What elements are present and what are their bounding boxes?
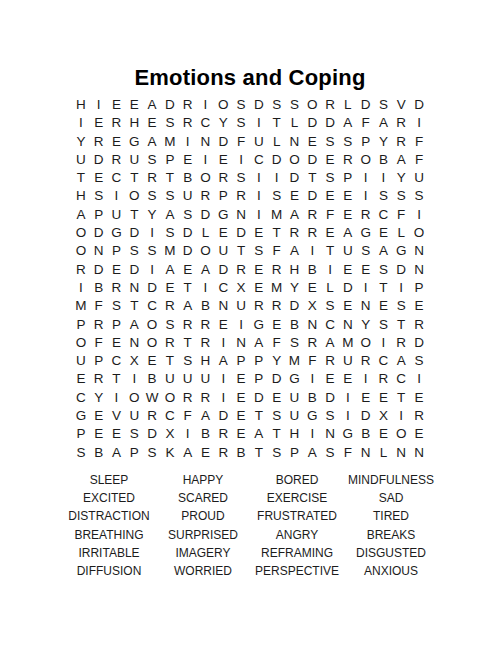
grid-cell-r1c13: S: [286, 96, 304, 114]
word-list-item: SAD: [344, 489, 438, 507]
grid-cell-r10c4: D: [125, 261, 143, 279]
grid-cell-r2c16: A: [339, 114, 357, 132]
grid-cell-r6c13: E: [286, 187, 304, 205]
grid-cell-r11c17: I: [357, 279, 375, 297]
letter-grid: HIEEADRIOSDSSORLDSVDIERHESRCYSITLDDAFARI…: [72, 96, 428, 462]
grid-cell-r16c14: I: [303, 370, 321, 388]
grid-cell-r2c19: R: [392, 114, 410, 132]
grid-cell-r12c18: E: [375, 297, 393, 315]
grid-cell-r12c9: N: [214, 297, 232, 315]
grid-cell-r3c11: U: [250, 133, 268, 151]
grid-cell-r1c2: I: [90, 96, 108, 114]
grid-cell-r11c4: N: [125, 279, 143, 297]
grid-cell-r13c14: N: [303, 316, 321, 334]
grid-cell-r20c11: T: [250, 444, 268, 462]
grid-cell-r20c8: E: [197, 444, 215, 462]
grid-cell-r7c16: E: [339, 206, 357, 224]
grid-cell-r2c17: F: [357, 114, 375, 132]
grid-cell-r14c20: D: [410, 334, 428, 352]
word-list-item: WORRIED: [156, 562, 250, 580]
grid-cell-r11c7: T: [179, 279, 197, 297]
grid-cell-r9c17: S: [357, 242, 375, 260]
grid-cell-r16c15: E: [321, 370, 339, 388]
grid-cell-r9c9: U: [214, 242, 232, 260]
grid-cell-r19c10: E: [232, 425, 250, 443]
grid-cell-r15c3: C: [108, 352, 126, 370]
word-list-item: BREATHING: [62, 526, 156, 544]
word-list-item: DISTRACTION: [62, 507, 156, 525]
grid-cell-r14c9: I: [214, 334, 232, 352]
grid-cell-r11c6: E: [161, 279, 179, 297]
grid-cell-r16c20: I: [410, 370, 428, 388]
word-list-item: PERSPECTIVE: [250, 562, 344, 580]
grid-cell-r16c18: R: [375, 370, 393, 388]
grid-cell-r5c10: S: [232, 169, 250, 187]
grid-cell-r17c19: T: [392, 389, 410, 407]
grid-cell-r9c3: P: [108, 242, 126, 260]
grid-cell-r2c2: E: [90, 114, 108, 132]
grid-cell-r3c14: E: [303, 133, 321, 151]
grid-cell-r20c6: K: [161, 444, 179, 462]
grid-cell-r16c10: E: [232, 370, 250, 388]
grid-cell-r1c12: S: [268, 96, 286, 114]
grid-cell-r14c16: M: [339, 334, 357, 352]
grid-cell-r6c12: S: [268, 187, 286, 205]
grid-cell-r19c7: I: [179, 425, 197, 443]
grid-cell-r4c16: R: [339, 151, 357, 169]
grid-cell-r10c6: A: [161, 261, 179, 279]
grid-cell-r17c6: O: [161, 389, 179, 407]
grid-cell-r9c1: O: [72, 242, 90, 260]
grid-cell-r11c8: I: [197, 279, 215, 297]
grid-cell-r1c4: E: [125, 96, 143, 114]
grid-cell-r1c10: S: [232, 96, 250, 114]
grid-cell-r14c13: S: [286, 334, 304, 352]
grid-cell-r20c16: F: [339, 444, 357, 462]
grid-cell-r10c7: E: [179, 261, 197, 279]
grid-cell-r17c8: R: [197, 389, 215, 407]
grid-cell-r18c4: U: [125, 407, 143, 425]
grid-cell-r13c8: R: [197, 316, 215, 334]
grid-cell-r5c4: T: [125, 169, 143, 187]
grid-cell-r1c7: R: [179, 96, 197, 114]
grid-cell-r8c17: G: [357, 224, 375, 242]
grid-cell-r4c14: D: [303, 151, 321, 169]
grid-cell-r5c1: T: [72, 169, 90, 187]
grid-cell-r3c3: E: [108, 133, 126, 151]
grid-cell-r8c7: D: [179, 224, 197, 242]
grid-cell-r8c19: L: [392, 224, 410, 242]
grid-cell-r5c7: B: [179, 169, 197, 187]
grid-cell-r8c10: D: [232, 224, 250, 242]
grid-cell-r2c9: Y: [214, 114, 232, 132]
grid-cell-r7c2: P: [90, 206, 108, 224]
grid-cell-r7c10: N: [232, 206, 250, 224]
grid-cell-r14c8: R: [197, 334, 215, 352]
grid-cell-r9c14: I: [303, 242, 321, 260]
grid-cell-r13c2: R: [90, 316, 108, 334]
grid-cell-r18c11: T: [250, 407, 268, 425]
grid-cell-r14c15: A: [321, 334, 339, 352]
grid-cell-r1c14: O: [303, 96, 321, 114]
grid-cell-r11c13: Y: [286, 279, 304, 297]
grid-cell-r6c3: I: [108, 187, 126, 205]
grid-cell-r2c13: L: [286, 114, 304, 132]
word-list-item: DISGUSTED: [344, 544, 438, 562]
grid-cell-r18c7: F: [179, 407, 197, 425]
grid-cell-r4c7: E: [179, 151, 197, 169]
grid-cell-r5c13: D: [286, 169, 304, 187]
grid-cell-r17c11: D: [250, 389, 268, 407]
grid-cell-r8c3: G: [108, 224, 126, 242]
grid-cell-r2c15: D: [321, 114, 339, 132]
grid-cell-r5c15: S: [321, 169, 339, 187]
grid-cell-r17c13: U: [286, 389, 304, 407]
grid-cell-r17c10: E: [232, 389, 250, 407]
grid-cell-r7c6: A: [161, 206, 179, 224]
grid-cell-r4c13: O: [286, 151, 304, 169]
grid-cell-r12c8: B: [197, 297, 215, 315]
grid-cell-r10c14: B: [303, 261, 321, 279]
grid-cell-r11c9: C: [214, 279, 232, 297]
grid-cell-r16c17: I: [357, 370, 375, 388]
grid-cell-r5c19: Y: [392, 169, 410, 187]
grid-cell-r7c9: G: [214, 206, 232, 224]
grid-cell-r20c7: A: [179, 444, 197, 462]
grid-cell-r14c4: N: [125, 334, 143, 352]
word-list-item: SCARED: [156, 489, 250, 507]
grid-cell-r3c1: Y: [72, 133, 90, 151]
grid-cell-r19c9: R: [214, 425, 232, 443]
grid-cell-r14c7: T: [179, 334, 197, 352]
grid-cell-r8c20: O: [410, 224, 428, 242]
grid-cell-r11c2: B: [90, 279, 108, 297]
grid-cell-r10c3: E: [108, 261, 126, 279]
grid-cell-r9c12: F: [268, 242, 286, 260]
grid-cell-r19c2: E: [90, 425, 108, 443]
grid-cell-r20c14: A: [303, 444, 321, 462]
grid-cell-r5c12: I: [268, 169, 286, 187]
grid-cell-r11c18: T: [375, 279, 393, 297]
grid-cell-r16c2: R: [90, 370, 108, 388]
grid-cell-r1c20: D: [410, 96, 428, 114]
grid-cell-r8c14: R: [303, 224, 321, 242]
grid-cell-r7c5: Y: [143, 206, 161, 224]
grid-cell-r13c3: P: [108, 316, 126, 334]
grid-cell-r3c13: N: [286, 133, 304, 151]
grid-cell-r12c13: D: [286, 297, 304, 315]
grid-cell-r10c5: I: [143, 261, 161, 279]
grid-cell-r17c3: I: [108, 389, 126, 407]
grid-cell-r8c15: E: [321, 224, 339, 242]
grid-cell-r19c19: O: [392, 425, 410, 443]
grid-cell-r8c5: I: [143, 224, 161, 242]
grid-cell-r8c18: E: [375, 224, 393, 242]
grid-cell-r4c20: F: [410, 151, 428, 169]
grid-cell-r6c15: E: [321, 187, 339, 205]
grid-cell-r1c6: D: [161, 96, 179, 114]
word-list-item: EXCITED: [62, 489, 156, 507]
grid-cell-r11c1: I: [72, 279, 90, 297]
grid-cell-r4c12: D: [268, 151, 286, 169]
grid-cell-r5c2: E: [90, 169, 108, 187]
grid-cell-r20c12: S: [268, 444, 286, 462]
grid-cell-r17c1: C: [72, 389, 90, 407]
grid-cell-r11c15: L: [321, 279, 339, 297]
grid-cell-r6c6: S: [161, 187, 179, 205]
grid-cell-r19c11: A: [250, 425, 268, 443]
grid-cell-r17c7: R: [179, 389, 197, 407]
grid-cell-r3c4: G: [125, 133, 143, 151]
grid-cell-r2c5: E: [143, 114, 161, 132]
grid-cell-r15c6: T: [161, 352, 179, 370]
grid-cell-r6c18: S: [375, 187, 393, 205]
grid-cell-r19c12: T: [268, 425, 286, 443]
grid-cell-r14c1: O: [72, 334, 90, 352]
page-title: Emotions and Coping: [0, 65, 500, 91]
grid-cell-r3c9: D: [214, 133, 232, 151]
grid-cell-r13c19: T: [392, 316, 410, 334]
grid-cell-r17c15: D: [321, 389, 339, 407]
grid-cell-r2c14: D: [303, 114, 321, 132]
grid-cell-r13c4: A: [125, 316, 143, 334]
grid-cell-r20c2: B: [90, 444, 108, 462]
grid-cell-r5c6: T: [161, 169, 179, 187]
grid-cell-r18c9: D: [214, 407, 232, 425]
grid-cell-r13c9: E: [214, 316, 232, 334]
grid-cell-r1c3: E: [108, 96, 126, 114]
grid-cell-r17c17: E: [357, 389, 375, 407]
grid-cell-r16c9: I: [214, 370, 232, 388]
grid-cell-r16c7: U: [179, 370, 197, 388]
word-list-item: BREAKS: [344, 526, 438, 544]
grid-cell-r18c1: G: [72, 407, 90, 425]
grid-cell-r17c16: I: [339, 389, 357, 407]
grid-cell-r4c5: S: [143, 151, 161, 169]
grid-cell-r18c17: D: [357, 407, 375, 425]
grid-cell-r10c20: N: [410, 261, 428, 279]
grid-cell-r18c5: R: [143, 407, 161, 425]
grid-cell-r15c11: P: [250, 352, 268, 370]
grid-cell-r8c16: A: [339, 224, 357, 242]
grid-cell-r10c2: D: [90, 261, 108, 279]
grid-cell-r20c1: S: [72, 444, 90, 462]
grid-cell-r12c6: R: [161, 297, 179, 315]
grid-cell-r18c19: I: [392, 407, 410, 425]
grid-cell-r7c3: U: [108, 206, 126, 224]
grid-cell-r7c13: A: [286, 206, 304, 224]
grid-cell-r2c3: R: [108, 114, 126, 132]
grid-cell-r3c19: R: [392, 133, 410, 151]
grid-cell-r15c17: R: [357, 352, 375, 370]
grid-cell-r6c2: S: [90, 187, 108, 205]
grid-cell-r11c5: D: [143, 279, 161, 297]
grid-cell-r7c4: T: [125, 206, 143, 224]
grid-cell-r9c15: T: [321, 242, 339, 260]
grid-cell-r15c14: F: [303, 352, 321, 370]
grid-cell-r11c16: D: [339, 279, 357, 297]
grid-cell-r7c8: D: [197, 206, 215, 224]
grid-cell-r9c4: S: [125, 242, 143, 260]
grid-cell-r20c20: N: [410, 444, 428, 462]
grid-cell-r6c16: E: [339, 187, 357, 205]
grid-cell-r7c11: I: [250, 206, 268, 224]
word-list: SLEEPHAPPYBOREDMINDFULNESSEXCITEDSCAREDE…: [62, 471, 438, 580]
grid-cell-r14c10: N: [232, 334, 250, 352]
grid-cell-r12c14: X: [303, 297, 321, 315]
grid-cell-r19c8: B: [197, 425, 215, 443]
grid-cell-r3c8: N: [197, 133, 215, 151]
grid-cell-r19c1: P: [72, 425, 90, 443]
grid-cell-r17c18: E: [375, 389, 393, 407]
grid-cell-r16c13: G: [286, 370, 304, 388]
grid-cell-r2c6: S: [161, 114, 179, 132]
grid-cell-r7c14: R: [303, 206, 321, 224]
grid-cell-r6c20: S: [410, 187, 428, 205]
word-list-item: REFRAMING: [250, 544, 344, 562]
grid-cell-r18c12: S: [268, 407, 286, 425]
grid-cell-r11c10: X: [232, 279, 250, 297]
grid-cell-r18c6: C: [161, 407, 179, 425]
grid-cell-r3c12: L: [268, 133, 286, 151]
grid-cell-r7c12: M: [268, 206, 286, 224]
grid-cell-r8c13: R: [286, 224, 304, 242]
grid-cell-r1c1: H: [72, 96, 90, 114]
grid-cell-r8c4: D: [125, 224, 143, 242]
grid-cell-r3c7: I: [179, 133, 197, 151]
grid-cell-r17c4: O: [125, 389, 143, 407]
word-list-item: PROUD: [156, 507, 250, 525]
grid-cell-r6c10: R: [232, 187, 250, 205]
grid-cell-r10c9: D: [214, 261, 232, 279]
grid-cell-r12c4: T: [125, 297, 143, 315]
grid-cell-r14c3: E: [108, 334, 126, 352]
grid-cell-r18c18: X: [375, 407, 393, 425]
grid-cell-r13c7: R: [179, 316, 197, 334]
word-list-item: TIRED: [344, 507, 438, 525]
word-list-item: ANXIOUS: [344, 562, 438, 580]
grid-cell-r10c18: S: [375, 261, 393, 279]
grid-cell-r2c1: I: [72, 114, 90, 132]
grid-cell-r12c10: U: [232, 297, 250, 315]
grid-cell-r7c18: C: [375, 206, 393, 224]
grid-cell-r16c4: I: [125, 370, 143, 388]
grid-cell-r3c5: A: [143, 133, 161, 151]
grid-cell-r11c20: P: [410, 279, 428, 297]
grid-cell-r7c7: S: [179, 206, 197, 224]
grid-cell-r7c19: F: [392, 206, 410, 224]
grid-cell-r6c4: O: [125, 187, 143, 205]
word-list-item: SURPRISED: [156, 526, 250, 544]
grid-cell-r13c13: B: [286, 316, 304, 334]
grid-cell-r1c19: V: [392, 96, 410, 114]
grid-cell-r12c20: E: [410, 297, 428, 315]
grid-cell-r12c11: R: [250, 297, 268, 315]
grid-cell-r1c16: L: [339, 96, 357, 114]
grid-cell-r16c19: C: [392, 370, 410, 388]
grid-cell-r15c4: X: [125, 352, 143, 370]
grid-cell-r13c18: S: [375, 316, 393, 334]
grid-cell-r4c18: B: [375, 151, 393, 169]
grid-cell-r20c13: P: [286, 444, 304, 462]
grid-cell-r13c1: P: [72, 316, 90, 334]
grid-cell-r9c11: S: [250, 242, 268, 260]
grid-cell-r10c10: R: [232, 261, 250, 279]
grid-cell-r19c20: E: [410, 425, 428, 443]
grid-cell-r19c4: S: [125, 425, 143, 443]
grid-cell-r9c7: D: [179, 242, 197, 260]
grid-cell-r5c20: U: [410, 169, 428, 187]
grid-cell-r2c10: S: [232, 114, 250, 132]
grid-cell-r12c17: N: [357, 297, 375, 315]
grid-cell-r5c11: I: [250, 169, 268, 187]
grid-cell-r1c5: A: [143, 96, 161, 114]
grid-cell-r4c17: O: [357, 151, 375, 169]
grid-cell-r3c18: Y: [375, 133, 393, 151]
grid-cell-r10c16: E: [339, 261, 357, 279]
grid-cell-r3c6: M: [161, 133, 179, 151]
grid-cell-r5c5: R: [143, 169, 161, 187]
grid-cell-r14c18: I: [375, 334, 393, 352]
grid-cell-r17c5: W: [143, 389, 161, 407]
grid-cell-r11c12: M: [268, 279, 286, 297]
grid-cell-r6c8: R: [197, 187, 215, 205]
grid-cell-r9c10: T: [232, 242, 250, 260]
grid-cell-r6c17: I: [357, 187, 375, 205]
grid-cell-r17c12: E: [268, 389, 286, 407]
grid-cell-r4c15: E: [321, 151, 339, 169]
grid-cell-r4c10: I: [232, 151, 250, 169]
grid-cell-r9c20: N: [410, 242, 428, 260]
grid-cell-r13c11: G: [250, 316, 268, 334]
grid-cell-r15c9: A: [214, 352, 232, 370]
grid-cell-r6c9: P: [214, 187, 232, 205]
grid-cell-r10c19: D: [392, 261, 410, 279]
grid-cell-r16c8: U: [197, 370, 215, 388]
grid-cell-r9c8: O: [197, 242, 215, 260]
grid-cell-r7c1: A: [72, 206, 90, 224]
grid-cell-r4c4: U: [125, 151, 143, 169]
grid-cell-r10c8: A: [197, 261, 215, 279]
grid-cell-r10c1: R: [72, 261, 90, 279]
grid-cell-r12c7: A: [179, 297, 197, 315]
grid-cell-r8c11: E: [250, 224, 268, 242]
grid-cell-r17c20: E: [410, 389, 428, 407]
grid-cell-r14c5: O: [143, 334, 161, 352]
grid-cell-r16c16: E: [339, 370, 357, 388]
grid-cell-r11c19: I: [392, 279, 410, 297]
grid-cell-r12c5: C: [143, 297, 161, 315]
grid-cell-r11c14: E: [303, 279, 321, 297]
grid-cell-r13c20: R: [410, 316, 428, 334]
grid-cell-r3c2: R: [90, 133, 108, 151]
grid-cell-r14c14: R: [303, 334, 321, 352]
grid-cell-r15c20: S: [410, 352, 428, 370]
grid-cell-r17c14: B: [303, 389, 321, 407]
grid-cell-r9c5: S: [143, 242, 161, 260]
grid-cell-r9c18: A: [375, 242, 393, 260]
grid-cell-r2c4: H: [125, 114, 143, 132]
grid-cell-r13c17: Y: [357, 316, 375, 334]
grid-cell-r5c18: I: [375, 169, 393, 187]
grid-cell-r19c5: D: [143, 425, 161, 443]
grid-cell-r4c11: C: [250, 151, 268, 169]
grid-cell-r19c17: B: [357, 425, 375, 443]
word-list-item: IRRITABLE: [62, 544, 156, 562]
word-list-item: DIFFUSION: [62, 562, 156, 580]
grid-cell-r15c1: U: [72, 352, 90, 370]
grid-cell-r3c16: S: [339, 133, 357, 151]
